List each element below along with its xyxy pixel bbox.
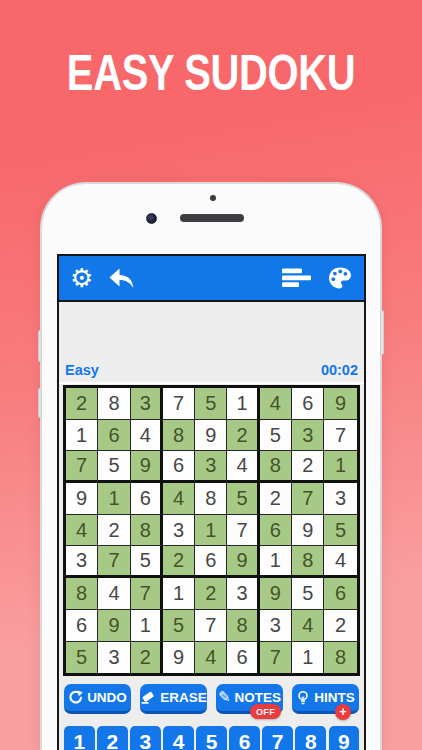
pencil-icon: ✎ — [218, 690, 231, 705]
cell-r4c9[interactable]: 3 — [324, 483, 356, 515]
numpad-button-7[interactable]: 7 — [262, 726, 293, 750]
cell-r3c9[interactable]: 1 — [324, 451, 356, 483]
cell-r7c4[interactable]: 1 — [163, 578, 195, 610]
cell-r8c6[interactable]: 8 — [227, 610, 259, 642]
speaker-grille — [180, 214, 244, 222]
cell-r7c2[interactable]: 4 — [98, 578, 130, 610]
cell-r4c1[interactable]: 9 — [66, 483, 98, 515]
cell-r1c5[interactable]: 5 — [195, 388, 227, 420]
erase-button[interactable]: ERASE — [140, 684, 207, 714]
cell-r2c2[interactable]: 6 — [98, 420, 130, 452]
eraser-icon — [140, 690, 156, 705]
cell-r8c1[interactable]: 6 — [66, 610, 98, 642]
cell-r5c7[interactable]: 6 — [260, 515, 292, 547]
numpad-button-8[interactable]: 8 — [295, 726, 326, 750]
back-arrow-icon[interactable] — [108, 267, 135, 289]
cell-r8c5[interactable]: 7 — [195, 610, 227, 642]
cell-r2c6[interactable]: 2 — [227, 420, 259, 452]
action-buttons-row: UNDO ERASE ✎ NOTES — [64, 684, 359, 714]
cell-r8c4[interactable]: 5 — [163, 610, 195, 642]
volume-up-button — [38, 330, 42, 362]
cell-r3c1[interactable]: 7 — [66, 451, 98, 483]
cell-r5c9[interactable]: 5 — [324, 515, 356, 547]
numpad-button-6[interactable]: 6 — [229, 726, 260, 750]
cell-r7c3[interactable]: 7 — [131, 578, 163, 610]
numpad-button-4[interactable]: 4 — [163, 726, 194, 750]
cell-r1c9[interactable]: 9 — [324, 388, 356, 420]
cell-r9c5[interactable]: 4 — [195, 642, 227, 674]
cell-r1c7[interactable]: 4 — [260, 388, 292, 420]
difficulty-label: Easy — [65, 362, 99, 378]
cell-r1c3[interactable]: 3 — [131, 388, 163, 420]
settings-gear-icon[interactable]: ⚙︎ — [70, 265, 93, 291]
timer-label: 00:02 — [321, 362, 358, 378]
cell-r6c6[interactable]: 9 — [227, 546, 259, 578]
cell-r9c7[interactable]: 7 — [260, 642, 292, 674]
numpad-button-5[interactable]: 5 — [196, 726, 227, 750]
cell-r6c2[interactable]: 7 — [98, 546, 130, 578]
cell-r6c7[interactable]: 1 — [260, 546, 292, 578]
lightbulb-icon — [296, 690, 310, 706]
numpad-button-3[interactable]: 3 — [130, 726, 161, 750]
cell-r6c5[interactable]: 6 — [195, 546, 227, 578]
cell-r9c8[interactable]: 1 — [292, 642, 324, 674]
cell-r7c9[interactable]: 6 — [324, 578, 356, 610]
notes-off-badge: OFF — [250, 704, 281, 719]
cell-r5c3[interactable]: 8 — [131, 515, 163, 547]
cell-r2c3[interactable]: 4 — [131, 420, 163, 452]
cell-r6c1[interactable]: 3 — [66, 546, 98, 578]
notes-button[interactable]: ✎ NOTES OFF — [216, 684, 283, 714]
phone-frame: ⚙︎ — [40, 182, 382, 750]
cell-r9c6[interactable]: 6 — [227, 642, 259, 674]
cell-r3c6[interactable]: 4 — [227, 451, 259, 483]
cell-r5c5[interactable]: 1 — [195, 515, 227, 547]
hints-plus-badge: + — [335, 704, 351, 720]
hints-button[interactable]: HINTS + — [292, 684, 359, 714]
cell-r7c7[interactable]: 9 — [260, 578, 292, 610]
cell-r8c8[interactable]: 4 — [292, 610, 324, 642]
theme-palette-icon[interactable] — [327, 266, 353, 290]
cell-r3c3[interactable]: 9 — [131, 451, 163, 483]
sudoku-board: 2837514691648925377596348219164852734283… — [63, 385, 360, 676]
front-camera-dot — [146, 213, 157, 224]
cell-r8c9[interactable]: 2 — [324, 610, 356, 642]
toolbar: ⚙︎ — [59, 256, 364, 302]
cell-r1c6[interactable]: 1 — [227, 388, 259, 420]
cell-r2c4[interactable]: 8 — [163, 420, 195, 452]
page-title: EASY SUDOKU — [42, 44, 380, 102]
cell-r4c6[interactable]: 5 — [227, 483, 259, 515]
numpad-button-9[interactable]: 9 — [329, 726, 360, 750]
stats-bars-icon[interactable] — [282, 268, 312, 288]
cell-r4c5[interactable]: 8 — [195, 483, 227, 515]
undo-button[interactable]: UNDO — [64, 684, 131, 714]
status-row: Easy 00:02 — [65, 360, 358, 380]
app-screen: ⚙︎ — [57, 254, 366, 750]
numpad-button-2[interactable]: 2 — [97, 726, 128, 750]
numpad-button-1[interactable]: 1 — [64, 726, 95, 750]
cell-r5c8[interactable]: 9 — [292, 515, 324, 547]
cell-r4c2[interactable]: 1 — [98, 483, 130, 515]
cell-r9c3[interactable]: 2 — [131, 642, 163, 674]
cell-r7c8[interactable]: 5 — [292, 578, 324, 610]
numpad-row: 123456789 — [64, 726, 359, 750]
cell-r5c1[interactable]: 4 — [66, 515, 98, 547]
cell-r7c5[interactable]: 2 — [195, 578, 227, 610]
cell-r1c4[interactable]: 7 — [163, 388, 195, 420]
cell-r1c2[interactable]: 8 — [98, 388, 130, 420]
cell-r6c9[interactable]: 4 — [324, 546, 356, 578]
cell-r3c8[interactable]: 2 — [292, 451, 324, 483]
cell-r2c8[interactable]: 3 — [292, 420, 324, 452]
cell-r8c3[interactable]: 1 — [131, 610, 163, 642]
power-button — [380, 310, 384, 355]
app-store-screenshot: EASY SUDOKU ⚙︎ — [0, 0, 422, 750]
cell-r3c7[interactable]: 8 — [260, 451, 292, 483]
cell-r5c4[interactable]: 3 — [163, 515, 195, 547]
cell-r2c9[interactable]: 7 — [324, 420, 356, 452]
cell-r5c2[interactable]: 2 — [98, 515, 130, 547]
cell-r9c2[interactable]: 3 — [98, 642, 130, 674]
cell-r5c6[interactable]: 7 — [227, 515, 259, 547]
cell-r8c2[interactable]: 9 — [98, 610, 130, 642]
sensor-dot — [210, 195, 216, 201]
volume-down-button — [38, 388, 42, 418]
cell-r2c5[interactable]: 9 — [195, 420, 227, 452]
cell-r7c6[interactable]: 3 — [227, 578, 259, 610]
cell-r9c9[interactable]: 8 — [324, 642, 356, 674]
cell-r9c4[interactable]: 9 — [163, 642, 195, 674]
cell-r9c1[interactable]: 5 — [66, 642, 98, 674]
cell-r6c8[interactable]: 8 — [292, 546, 324, 578]
cell-r3c4[interactable]: 6 — [163, 451, 195, 483]
cell-r6c3[interactable]: 5 — [131, 546, 163, 578]
cell-r1c8[interactable]: 6 — [292, 388, 324, 420]
cell-r3c2[interactable]: 5 — [98, 451, 130, 483]
cell-r2c7[interactable]: 5 — [260, 420, 292, 452]
cell-r2c1[interactable]: 1 — [66, 420, 98, 452]
cell-r4c7[interactable]: 2 — [260, 483, 292, 515]
cell-r4c3[interactable]: 6 — [131, 483, 163, 515]
status-separator — [59, 382, 364, 384]
cell-r4c8[interactable]: 7 — [292, 483, 324, 515]
cell-r4c4[interactable]: 4 — [163, 483, 195, 515]
cell-r6c4[interactable]: 2 — [163, 546, 195, 578]
cell-r3c5[interactable]: 3 — [195, 451, 227, 483]
cell-r8c7[interactable]: 3 — [260, 610, 292, 642]
cell-r7c1[interactable]: 8 — [66, 578, 98, 610]
undo-circular-arrow-icon — [68, 690, 83, 705]
cell-r1c1[interactable]: 2 — [66, 388, 98, 420]
